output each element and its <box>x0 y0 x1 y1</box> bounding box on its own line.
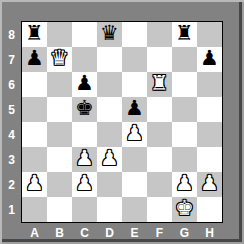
rank-label-8: 8 <box>2 22 21 47</box>
square-b4[interactable] <box>47 122 72 147</box>
square-f4[interactable] <box>147 122 172 147</box>
square-b5[interactable] <box>47 97 72 122</box>
file-label-e: E <box>122 224 147 242</box>
square-d1[interactable] <box>97 197 122 222</box>
square-f5[interactable] <box>147 97 172 122</box>
square-b7[interactable]: ♛ <box>47 47 72 72</box>
square-d3[interactable]: ♟ <box>97 147 122 172</box>
square-a3[interactable] <box>22 147 47 172</box>
square-c6[interactable]: ♟ <box>72 72 97 97</box>
square-a4[interactable] <box>22 122 47 147</box>
piece-white-pawn[interactable]: ♟ <box>75 173 94 194</box>
square-a7[interactable]: ♟ <box>22 47 47 72</box>
square-c2[interactable]: ♟ <box>72 172 97 197</box>
rank-labels: 87654321 <box>2 22 21 222</box>
square-h3[interactable] <box>197 147 222 172</box>
piece-white-pawn[interactable]: ♟ <box>25 173 44 194</box>
piece-black-rook[interactable]: ♜ <box>175 23 194 44</box>
square-e4[interactable]: ♟ <box>122 122 147 147</box>
piece-black-queen[interactable]: ♛ <box>100 23 119 44</box>
square-g8[interactable]: ♜ <box>172 22 197 47</box>
square-b6[interactable] <box>47 72 72 97</box>
piece-black-pawn[interactable]: ♟ <box>75 73 94 94</box>
file-label-c: C <box>72 224 97 242</box>
square-h8[interactable] <box>197 22 222 47</box>
square-d6[interactable] <box>97 72 122 97</box>
square-e5[interactable]: ♟ <box>122 97 147 122</box>
file-label-h: H <box>197 224 222 242</box>
file-label-b: B <box>47 224 72 242</box>
square-e3[interactable] <box>122 147 147 172</box>
rank-label-3: 3 <box>2 147 21 172</box>
rank-label-2: 2 <box>2 172 21 197</box>
rank-label-6: 6 <box>2 72 21 97</box>
square-g4[interactable] <box>172 122 197 147</box>
piece-white-king[interactable]: ♚ <box>175 198 194 219</box>
square-d8[interactable]: ♛ <box>97 22 122 47</box>
square-e2[interactable] <box>122 172 147 197</box>
rank-label-5: 5 <box>2 97 21 122</box>
square-b3[interactable] <box>47 147 72 172</box>
square-f1[interactable] <box>147 197 172 222</box>
square-a2[interactable]: ♟ <box>22 172 47 197</box>
board-frame: ♜♛♜♟♛♟♟♜♚♟♟♟♟♟♟♟♟♚ <box>21 21 223 223</box>
file-label-g: G <box>172 224 197 242</box>
square-f2[interactable] <box>147 172 172 197</box>
square-h7[interactable]: ♟ <box>197 47 222 72</box>
piece-black-pawn[interactable]: ♟ <box>125 98 144 119</box>
square-c5[interactable]: ♚ <box>72 97 97 122</box>
square-c7[interactable] <box>72 47 97 72</box>
square-e7[interactable] <box>122 47 147 72</box>
square-g5[interactable] <box>172 97 197 122</box>
piece-black-king[interactable]: ♚ <box>75 98 94 119</box>
square-d4[interactable] <box>97 122 122 147</box>
square-f6[interactable]: ♜ <box>147 72 172 97</box>
piece-white-pawn[interactable]: ♟ <box>125 123 144 144</box>
square-e6[interactable] <box>122 72 147 97</box>
square-b1[interactable] <box>47 197 72 222</box>
rank-label-1: 1 <box>2 197 21 222</box>
square-c1[interactable] <box>72 197 97 222</box>
piece-black-pawn[interactable]: ♟ <box>200 48 219 69</box>
file-label-f: F <box>147 224 172 242</box>
square-h1[interactable] <box>197 197 222 222</box>
square-h5[interactable] <box>197 97 222 122</box>
square-d7[interactable] <box>97 47 122 72</box>
square-a6[interactable] <box>22 72 47 97</box>
square-c8[interactable] <box>72 22 97 47</box>
piece-black-pawn[interactable]: ♟ <box>25 48 44 69</box>
piece-white-pawn[interactable]: ♟ <box>200 173 219 194</box>
square-a8[interactable]: ♜ <box>22 22 47 47</box>
rank-label-7: 7 <box>2 47 21 72</box>
rank-label-4: 4 <box>2 122 21 147</box>
square-g1[interactable]: ♚ <box>172 197 197 222</box>
square-c3[interactable]: ♟ <box>72 147 97 172</box>
square-h6[interactable] <box>197 72 222 97</box>
piece-white-pawn[interactable]: ♟ <box>100 148 119 169</box>
square-h4[interactable] <box>197 122 222 147</box>
square-e1[interactable] <box>122 197 147 222</box>
file-label-d: D <box>97 224 122 242</box>
square-g3[interactable] <box>172 147 197 172</box>
square-b2[interactable] <box>47 172 72 197</box>
square-f3[interactable] <box>147 147 172 172</box>
square-g2[interactable]: ♟ <box>172 172 197 197</box>
piece-black-rook[interactable]: ♜ <box>25 23 44 44</box>
square-a1[interactable] <box>22 197 47 222</box>
piece-white-rook[interactable]: ♜ <box>150 73 169 94</box>
square-c4[interactable] <box>72 122 97 147</box>
file-label-a: A <box>22 224 47 242</box>
square-b8[interactable] <box>47 22 72 47</box>
piece-white-queen[interactable]: ♛ <box>50 48 69 69</box>
chessboard-window: 87654321 ♜♛♜♟♛♟♟♜♚♟♟♟♟♟♟♟♟♚ ABCDEFGH <box>0 0 244 244</box>
square-h2[interactable]: ♟ <box>197 172 222 197</box>
square-a5[interactable] <box>22 97 47 122</box>
square-d2[interactable] <box>97 172 122 197</box>
square-g7[interactable] <box>172 47 197 72</box>
square-e8[interactable] <box>122 22 147 47</box>
piece-white-pawn[interactable]: ♟ <box>75 148 94 169</box>
square-g6[interactable] <box>172 72 197 97</box>
square-d5[interactable] <box>97 97 122 122</box>
file-labels: ABCDEFGH <box>22 224 222 242</box>
square-f8[interactable] <box>147 22 172 47</box>
chess-board: ♜♛♜♟♛♟♟♜♚♟♟♟♟♟♟♟♟♚ <box>22 22 222 222</box>
square-f7[interactable] <box>147 47 172 72</box>
piece-white-pawn[interactable]: ♟ <box>175 173 194 194</box>
